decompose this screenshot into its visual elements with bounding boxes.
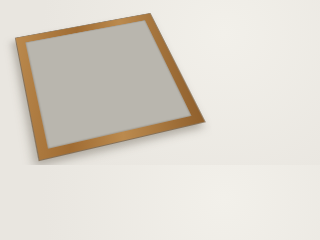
- photo-background: [0, 0, 212, 165]
- game-board: [16, 14, 205, 160]
- board-frame: [16, 14, 205, 160]
- board-grid: [25, 20, 191, 149]
